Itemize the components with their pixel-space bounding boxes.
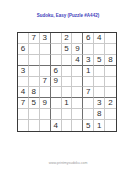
sudoku-printable-page: Sudoku, Easy (Puzzle #A442) 732646594358… — [0, 0, 136, 176]
sudoku-grid: 732646594358361794877591328451 — [17, 32, 117, 132]
cell-r8c7 — [83, 109, 94, 120]
cell-r1c7: 6 — [83, 33, 94, 44]
cell-r2c9 — [105, 44, 116, 55]
cell-r5c9 — [105, 77, 116, 88]
cell-r2c6: 9 — [72, 44, 83, 55]
cell-r2c8 — [94, 44, 105, 55]
cell-r7c9: 2 — [105, 98, 116, 109]
cell-r8c5 — [62, 109, 73, 120]
cell-r1c4 — [51, 33, 62, 44]
cell-r4c8 — [94, 66, 105, 77]
cell-r7c1: 7 — [18, 98, 29, 109]
cell-r6c5 — [62, 87, 73, 98]
cell-r3c6: 4 — [72, 55, 83, 66]
cell-r3c7: 3 — [83, 55, 94, 66]
cell-r4c9 — [105, 66, 116, 77]
cell-r5c6 — [72, 77, 83, 88]
cell-r3c5 — [62, 55, 73, 66]
cell-r2c3 — [40, 44, 51, 55]
cell-r9c8: 1 — [94, 120, 105, 131]
cell-r5c5 — [62, 77, 73, 88]
cell-r9c3 — [40, 120, 51, 131]
cell-r6c7: 7 — [83, 87, 94, 98]
cell-r4c1: 3 — [18, 66, 29, 77]
cell-r3c9: 8 — [105, 55, 116, 66]
cell-r8c2 — [29, 109, 40, 120]
cell-r3c3 — [40, 55, 51, 66]
cell-r6c9 — [105, 87, 116, 98]
cell-r9c9 — [105, 120, 116, 131]
cell-r7c8: 3 — [94, 98, 105, 109]
cell-r1c5: 2 — [62, 33, 73, 44]
cell-r7c5: 1 — [62, 98, 73, 109]
cell-r5c1 — [18, 77, 29, 88]
cell-r4c6 — [72, 66, 83, 77]
cell-r8c8: 8 — [94, 109, 105, 120]
cell-r8c1 — [18, 109, 29, 120]
cell-r7c6 — [72, 98, 83, 109]
cell-r2c4 — [51, 44, 62, 55]
cell-r6c8 — [94, 87, 105, 98]
cell-r7c4 — [51, 98, 62, 109]
cell-r1c3: 3 — [40, 33, 51, 44]
cell-r9c1 — [18, 120, 29, 131]
cell-r3c1 — [18, 55, 29, 66]
cell-r6c2: 8 — [29, 87, 40, 98]
cell-r3c8: 5 — [94, 55, 105, 66]
cell-r9c6 — [72, 120, 83, 131]
cell-r5c7 — [83, 77, 94, 88]
footer-url: www.printmysudoku.com — [0, 161, 136, 165]
cell-r9c7: 5 — [83, 120, 94, 131]
cell-r4c7: 1 — [83, 66, 94, 77]
page-title: Sudoku, Easy (Puzzle #A442) — [0, 13, 136, 18]
cell-r5c4: 9 — [51, 77, 62, 88]
cell-r4c3 — [40, 66, 51, 77]
cell-r8c9 — [105, 109, 116, 120]
cell-r2c7 — [83, 44, 94, 55]
cell-r6c1: 4 — [18, 87, 29, 98]
cell-r9c2 — [29, 120, 40, 131]
cell-r5c3: 7 — [40, 77, 51, 88]
cell-r2c2 — [29, 44, 40, 55]
cell-r8c3 — [40, 109, 51, 120]
cell-r6c4 — [51, 87, 62, 98]
cell-r3c2 — [29, 55, 40, 66]
cell-r1c2: 7 — [29, 33, 40, 44]
cell-r3c4 — [51, 55, 62, 66]
cell-r9c4: 4 — [51, 120, 62, 131]
cell-r2c1: 6 — [18, 44, 29, 55]
cell-r6c3 — [40, 87, 51, 98]
cell-r1c6 — [72, 33, 83, 44]
cell-r5c8 — [94, 77, 105, 88]
cell-r2c5: 5 — [62, 44, 73, 55]
cell-r5c2 — [29, 77, 40, 88]
cell-r1c1 — [18, 33, 29, 44]
cell-r6c6 — [72, 87, 83, 98]
cell-r7c7 — [83, 98, 94, 109]
cell-r4c2 — [29, 66, 40, 77]
cell-r4c5 — [62, 66, 73, 77]
cell-r4c4: 6 — [51, 66, 62, 77]
cell-r7c2: 5 — [29, 98, 40, 109]
cell-r7c3: 9 — [40, 98, 51, 109]
cell-r1c9 — [105, 33, 116, 44]
cell-r8c4 — [51, 109, 62, 120]
cell-r1c8: 4 — [94, 33, 105, 44]
cell-r8c6 — [72, 109, 83, 120]
cell-r9c5 — [62, 120, 73, 131]
